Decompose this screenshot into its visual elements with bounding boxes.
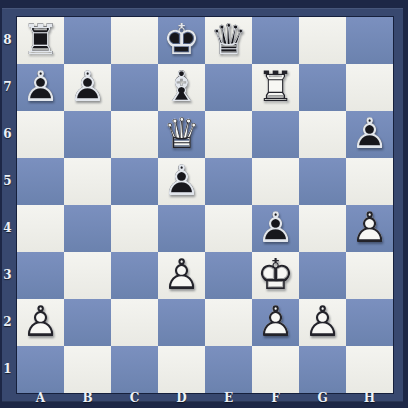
white-pawn[interactable]: ♟♙	[17, 299, 64, 346]
square-e1[interactable]	[205, 346, 252, 393]
black-rook[interactable]: ♜♖	[17, 17, 64, 64]
black-rook-glyph-fill: ♜	[17, 17, 64, 64]
square-d8[interactable]: ♚♔	[158, 17, 205, 64]
white-pawn-glyph-fill: ♟	[252, 299, 299, 346]
square-h2[interactable]	[346, 299, 393, 346]
chess-board-widget: ♜♖♚♔♛♕♟♙♟♙♝♗♜♖♛♕♟♙♟♙♟♙♟♙♟♙♚♔♟♙♟♙♟♙ 87654…	[0, 0, 408, 408]
white-pawn-glyph-fill: ♟	[158, 252, 205, 299]
black-pawn[interactable]: ♟♙	[64, 64, 111, 111]
square-c4[interactable]	[111, 205, 158, 252]
white-king[interactable]: ♚♔	[252, 252, 299, 299]
square-g7[interactable]	[299, 64, 346, 111]
file-label-e: E	[205, 391, 252, 405]
square-f2[interactable]: ♟♙	[252, 299, 299, 346]
square-b8[interactable]	[64, 17, 111, 64]
white-rook-glyph-outline: ♖	[252, 64, 299, 111]
square-d1[interactable]	[158, 346, 205, 393]
square-h5[interactable]	[346, 158, 393, 205]
square-g1[interactable]	[299, 346, 346, 393]
square-f3[interactable]: ♚♔	[252, 252, 299, 299]
square-e2[interactable]	[205, 299, 252, 346]
black-queen-glyph-fill: ♛	[205, 17, 252, 64]
square-a3[interactable]	[17, 252, 64, 299]
square-a4[interactable]	[17, 205, 64, 252]
square-a8[interactable]: ♜♖	[17, 17, 64, 64]
square-b5[interactable]	[64, 158, 111, 205]
square-b6[interactable]	[64, 111, 111, 158]
chess-board: ♜♖♚♔♛♕♟♙♟♙♝♗♜♖♛♕♟♙♟♙♟♙♟♙♟♙♚♔♟♙♟♙♟♙	[16, 16, 394, 394]
square-e8[interactable]: ♛♕	[205, 17, 252, 64]
white-pawn-glyph-outline: ♙	[158, 252, 205, 299]
square-f1[interactable]	[252, 346, 299, 393]
white-pawn-glyph-fill: ♟	[346, 205, 393, 252]
square-h4[interactable]: ♟♙	[346, 205, 393, 252]
black-rook-glyph-outline: ♖	[17, 17, 64, 64]
square-h7[interactable]	[346, 64, 393, 111]
black-pawn-glyph-outline: ♙	[252, 205, 299, 252]
square-d2[interactable]	[158, 299, 205, 346]
square-c6[interactable]	[111, 111, 158, 158]
black-king[interactable]: ♚♔	[158, 17, 205, 64]
black-bishop[interactable]: ♝♗	[158, 64, 205, 111]
black-pawn-glyph-fill: ♟	[346, 111, 393, 158]
rank-label-7: 7	[0, 64, 15, 111]
white-pawn-glyph-outline: ♙	[252, 299, 299, 346]
black-pawn-glyph-fill: ♟	[64, 64, 111, 111]
black-king-glyph-outline: ♔	[158, 17, 205, 64]
square-g8[interactable]	[299, 17, 346, 64]
square-d4[interactable]	[158, 205, 205, 252]
square-d7[interactable]: ♝♗	[158, 64, 205, 111]
file-label-d: D	[158, 391, 205, 405]
white-pawn-glyph-outline: ♙	[299, 299, 346, 346]
square-g5[interactable]	[299, 158, 346, 205]
rank-label-6: 6	[0, 111, 15, 158]
square-a7[interactable]: ♟♙	[17, 64, 64, 111]
square-a2[interactable]: ♟♙	[17, 299, 64, 346]
white-queen-glyph-outline: ♕	[158, 111, 205, 158]
white-pawn-glyph-outline: ♙	[346, 205, 393, 252]
black-pawn-glyph-outline: ♙	[64, 64, 111, 111]
black-pawn-glyph-outline: ♙	[158, 158, 205, 205]
black-queen[interactable]: ♛♕	[205, 17, 252, 64]
black-pawn-glyph-fill: ♟	[252, 205, 299, 252]
square-e6[interactable]	[205, 111, 252, 158]
square-h3[interactable]	[346, 252, 393, 299]
square-h6[interactable]: ♟♙	[346, 111, 393, 158]
square-c7[interactable]	[111, 64, 158, 111]
square-e7[interactable]	[205, 64, 252, 111]
white-pawn[interactable]: ♟♙	[299, 299, 346, 346]
square-h8[interactable]	[346, 17, 393, 64]
white-rook-glyph-fill: ♜	[252, 64, 299, 111]
black-pawn-glyph-fill: ♟	[158, 158, 205, 205]
square-a5[interactable]	[17, 158, 64, 205]
rank-label-8: 8	[0, 17, 15, 64]
square-g2[interactable]: ♟♙	[299, 299, 346, 346]
square-c3[interactable]	[111, 252, 158, 299]
white-pawn-glyph-fill: ♟	[299, 299, 346, 346]
square-g3[interactable]	[299, 252, 346, 299]
square-b7[interactable]: ♟♙	[64, 64, 111, 111]
white-pawn[interactable]: ♟♙	[252, 299, 299, 346]
square-f7[interactable]: ♜♖	[252, 64, 299, 111]
black-bishop-glyph-fill: ♝	[158, 64, 205, 111]
square-c8[interactable]	[111, 17, 158, 64]
white-pawn-glyph-fill: ♟	[17, 299, 64, 346]
black-pawn-glyph-outline: ♙	[17, 64, 64, 111]
black-bishop-glyph-outline: ♗	[158, 64, 205, 111]
square-f6[interactable]	[252, 111, 299, 158]
square-e5[interactable]	[205, 158, 252, 205]
white-king-glyph-outline: ♔	[252, 252, 299, 299]
square-c1[interactable]	[111, 346, 158, 393]
square-c5[interactable]	[111, 158, 158, 205]
rank-label-5: 5	[0, 158, 15, 205]
white-pawn[interactable]: ♟♙	[346, 205, 393, 252]
square-b2[interactable]	[64, 299, 111, 346]
square-e4[interactable]	[205, 205, 252, 252]
square-f8[interactable]	[252, 17, 299, 64]
white-pawn[interactable]: ♟♙	[158, 252, 205, 299]
square-c2[interactable]	[111, 299, 158, 346]
square-d6[interactable]: ♛♕	[158, 111, 205, 158]
black-pawn[interactable]: ♟♙	[17, 64, 64, 111]
square-e3[interactable]	[205, 252, 252, 299]
square-g4[interactable]	[299, 205, 346, 252]
white-queen-glyph-fill: ♛	[158, 111, 205, 158]
black-pawn-glyph-outline: ♙	[346, 111, 393, 158]
square-d5[interactable]: ♟♙	[158, 158, 205, 205]
rank-label-1: 1	[0, 346, 15, 393]
square-g6[interactable]	[299, 111, 346, 158]
square-b3[interactable]	[64, 252, 111, 299]
file-label-f: F	[252, 391, 299, 405]
black-king-glyph-fill: ♚	[158, 17, 205, 64]
white-rook[interactable]: ♜♖	[252, 64, 299, 111]
square-f4[interactable]: ♟♙	[252, 205, 299, 252]
square-a1[interactable]	[17, 346, 64, 393]
square-f5[interactable]	[252, 158, 299, 205]
square-b1[interactable]	[64, 346, 111, 393]
square-d3[interactable]: ♟♙	[158, 252, 205, 299]
file-label-h: H	[346, 391, 393, 405]
white-king-glyph-fill: ♚	[252, 252, 299, 299]
square-a6[interactable]	[17, 111, 64, 158]
black-queen-glyph-outline: ♕	[205, 17, 252, 64]
black-pawn[interactable]: ♟♙	[158, 158, 205, 205]
black-pawn[interactable]: ♟♙	[346, 111, 393, 158]
file-label-a: A	[17, 391, 64, 405]
rank-label-3: 3	[0, 252, 15, 299]
file-label-c: C	[111, 391, 158, 405]
square-h1[interactable]	[346, 346, 393, 393]
white-queen[interactable]: ♛♕	[158, 111, 205, 158]
file-label-b: B	[64, 391, 111, 405]
rank-label-2: 2	[0, 299, 15, 346]
square-b4[interactable]	[64, 205, 111, 252]
rank-label-4: 4	[0, 205, 15, 252]
white-pawn-glyph-outline: ♙	[17, 299, 64, 346]
black-pawn-glyph-fill: ♟	[17, 64, 64, 111]
black-pawn[interactable]: ♟♙	[252, 205, 299, 252]
file-label-g: G	[299, 391, 346, 405]
